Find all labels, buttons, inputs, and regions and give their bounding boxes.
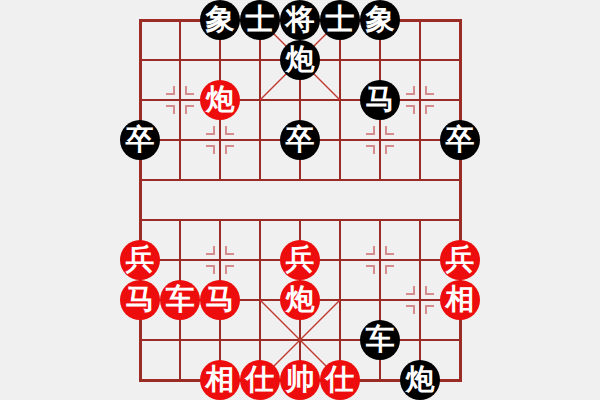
point-marker [360,120,400,160]
point-marker [360,240,400,280]
point-marker-corner [385,246,394,255]
piece-red-advisor[interactable]: 仕 [320,360,360,400]
point-marker-corner [425,305,434,314]
piece-glyph: 卒 [126,125,155,154]
point-marker-corner [225,265,234,274]
piece-red-soldier[interactable]: 兵 [120,240,160,280]
piece-glyph: 马 [126,285,155,314]
piece-black-soldier[interactable]: 卒 [120,120,160,160]
point-marker-corner [166,86,175,95]
point-marker-corner [385,265,394,274]
piece-red-cannon[interactable]: 炮 [200,80,240,120]
point-marker-corner [225,246,234,255]
point-marker-corner [385,145,394,154]
piece-red-soldier[interactable]: 兵 [280,240,320,280]
point-marker-corner [206,265,215,274]
piece-red-horse[interactable]: 马 [120,280,160,320]
point-marker-corner [225,145,234,154]
piece-black-elephant[interactable]: 象 [360,0,400,40]
piece-glyph: 相 [206,365,235,394]
piece-glyph: 卒 [446,125,475,154]
piece-red-general[interactable]: 帅 [280,360,320,400]
piece-glyph: 帅 [286,365,315,394]
point-marker-corner [206,126,215,135]
piece-black-advisor[interactable]: 士 [320,0,360,40]
point-marker-corner [366,246,375,255]
piece-red-soldier[interactable]: 兵 [440,240,480,280]
piece-glyph: 仕 [246,365,275,394]
piece-glyph: 兵 [286,245,315,274]
piece-black-soldier[interactable]: 卒 [280,120,320,160]
piece-glyph: 兵 [126,245,155,274]
point-marker [400,80,440,120]
piece-glyph: 炮 [206,85,235,114]
point-marker [160,80,200,120]
piece-black-general[interactable]: 将 [280,0,320,40]
point-marker-corner [185,86,194,95]
piece-black-advisor[interactable]: 士 [240,0,280,40]
piece-glyph: 相 [446,285,475,314]
piece-glyph: 士 [326,5,355,34]
piece-glyph: 仕 [326,365,355,394]
piece-black-elephant[interactable]: 象 [200,0,240,40]
point-marker-corner [366,145,375,154]
piece-glyph: 车 [166,285,195,314]
point-marker [200,240,240,280]
piece-red-horse[interactable]: 马 [200,280,240,320]
point-marker-corner [366,265,375,274]
piece-grid: 象士将士象炮炮马卒卒卒兵兵兵马车马炮相车相仕帅仕炮 [120,0,480,400]
point-marker-corner [406,305,415,314]
piece-red-elephant[interactable]: 相 [200,360,240,400]
piece-red-advisor[interactable]: 仕 [240,360,280,400]
xiangqi-board: 象士将士象炮炮马卒卒卒兵兵兵马车马炮相车相仕帅仕炮 [0,0,600,400]
piece-glyph: 马 [206,285,235,314]
piece-red-chariot[interactable]: 车 [160,280,200,320]
piece-glyph: 炮 [286,285,315,314]
piece-black-horse[interactable]: 马 [360,80,400,120]
point-marker-corner [425,105,434,114]
piece-black-soldier[interactable]: 卒 [440,120,480,160]
point-marker-corner [425,86,434,95]
piece-glyph: 车 [366,325,395,354]
piece-red-cannon[interactable]: 炮 [280,280,320,320]
point-marker-corner [206,145,215,154]
piece-glyph: 象 [206,5,235,34]
piece-glyph: 马 [366,85,395,114]
piece-glyph: 炮 [406,365,435,394]
point-marker-corner [406,286,415,295]
piece-black-cannon[interactable]: 炮 [280,40,320,80]
piece-glyph: 兵 [446,245,475,274]
point-marker-corner [385,126,394,135]
point-marker-corner [225,126,234,135]
piece-red-elephant[interactable]: 相 [440,280,480,320]
piece-glyph: 士 [246,5,275,34]
piece-black-chariot[interactable]: 车 [360,320,400,360]
point-marker-corner [406,105,415,114]
piece-glyph: 炮 [286,45,315,74]
piece-glyph: 将 [286,5,315,34]
point-marker-corner [425,286,434,295]
point-marker-corner [406,86,415,95]
point-marker [200,120,240,160]
piece-glyph: 象 [366,5,395,34]
piece-black-cannon[interactable]: 炮 [400,360,440,400]
point-marker [400,280,440,320]
point-marker-corner [366,126,375,135]
point-marker-corner [206,246,215,255]
point-marker-corner [166,105,175,114]
point-marker-corner [185,105,194,114]
piece-glyph: 卒 [286,125,315,154]
